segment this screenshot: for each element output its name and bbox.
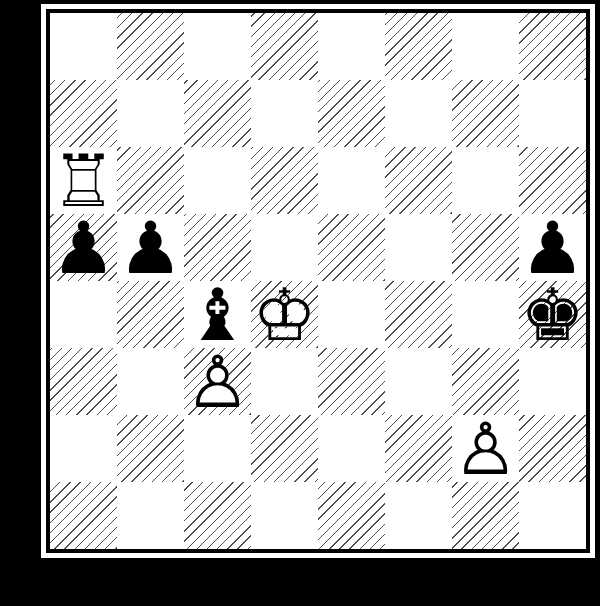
square-a2[interactable]	[50, 415, 117, 482]
square-f8[interactable]	[385, 13, 452, 80]
square-a5[interactable]: ♟	[50, 214, 117, 281]
square-a1[interactable]	[50, 482, 117, 549]
white-pawn-glyph: ♙	[453, 413, 518, 485]
square-d7[interactable]	[251, 80, 318, 147]
square-a8[interactable]	[50, 13, 117, 80]
square-d4[interactable]: ♚♔	[251, 281, 318, 348]
square-a3[interactable]	[50, 348, 117, 415]
square-c4[interactable]: ♝	[184, 281, 251, 348]
square-f2[interactable]	[385, 415, 452, 482]
square-h3[interactable]	[519, 348, 586, 415]
square-b4[interactable]	[117, 281, 184, 348]
square-b2[interactable]	[117, 415, 184, 482]
white-king-glyph: ♔	[252, 279, 317, 351]
square-a7[interactable]	[50, 80, 117, 147]
square-e1[interactable]	[318, 482, 385, 549]
square-e6[interactable]	[318, 147, 385, 214]
square-b1[interactable]	[117, 482, 184, 549]
square-c1[interactable]	[184, 482, 251, 549]
square-c5[interactable]	[184, 214, 251, 281]
square-b6[interactable]	[117, 147, 184, 214]
chess-board-inner-border: ♜♖♟♟♟♝♚♔♚♟♙♙	[46, 9, 590, 553]
white-pawn-glyph: ♙	[185, 346, 250, 418]
chess-board-frame: ♜♖♟♟♟♝♚♔♚♟♙♙	[41, 4, 595, 558]
piece-black-pawn[interactable]: ♟	[51, 212, 116, 284]
square-c8[interactable]	[184, 13, 251, 80]
square-e5[interactable]	[318, 214, 385, 281]
piece-black-pawn[interactable]: ♟	[118, 212, 183, 284]
square-c3[interactable]: ♟♙	[184, 348, 251, 415]
black-king-glyph: ♚	[520, 279, 585, 351]
square-d2[interactable]	[251, 415, 318, 482]
square-b8[interactable]	[117, 13, 184, 80]
square-f5[interactable]	[385, 214, 452, 281]
square-h4[interactable]: ♚	[519, 281, 586, 348]
piece-white-king[interactable]: ♚♔	[252, 279, 317, 351]
square-h8[interactable]	[519, 13, 586, 80]
square-h5[interactable]: ♟	[519, 214, 586, 281]
square-g1[interactable]	[452, 482, 519, 549]
square-d1[interactable]	[251, 482, 318, 549]
square-e7[interactable]	[318, 80, 385, 147]
square-g6[interactable]	[452, 147, 519, 214]
square-c2[interactable]	[184, 415, 251, 482]
square-c6[interactable]	[184, 147, 251, 214]
chess-board: ♜♖♟♟♟♝♚♔♚♟♙♙	[50, 13, 586, 549]
square-g4[interactable]	[452, 281, 519, 348]
square-e4[interactable]	[318, 281, 385, 348]
square-b3[interactable]	[117, 348, 184, 415]
square-a6[interactable]: ♜♖	[50, 147, 117, 214]
square-g8[interactable]	[452, 13, 519, 80]
square-h6[interactable]	[519, 147, 586, 214]
square-h2[interactable]	[519, 415, 586, 482]
square-g3[interactable]	[452, 348, 519, 415]
square-f4[interactable]	[385, 281, 452, 348]
square-f6[interactable]	[385, 147, 452, 214]
square-e8[interactable]	[318, 13, 385, 80]
square-e2[interactable]	[318, 415, 385, 482]
square-g7[interactable]	[452, 80, 519, 147]
square-a4[interactable]	[50, 281, 117, 348]
square-d8[interactable]	[251, 13, 318, 80]
square-b7[interactable]	[117, 80, 184, 147]
square-h1[interactable]	[519, 482, 586, 549]
piece-black-king[interactable]: ♚	[520, 279, 585, 351]
square-g2[interactable]: ♙	[452, 415, 519, 482]
piece-white-pawn[interactable]: ♙	[453, 413, 518, 485]
square-d3[interactable]	[251, 348, 318, 415]
piece-white-pawn[interactable]: ♟♙	[185, 346, 250, 418]
square-e3[interactable]	[318, 348, 385, 415]
square-f7[interactable]	[385, 80, 452, 147]
square-f1[interactable]	[385, 482, 452, 549]
square-h7[interactable]	[519, 80, 586, 147]
black-pawn-glyph: ♟	[118, 212, 183, 284]
square-g5[interactable]	[452, 214, 519, 281]
square-f3[interactable]	[385, 348, 452, 415]
square-c7[interactable]	[184, 80, 251, 147]
square-d5[interactable]	[251, 214, 318, 281]
black-pawn-glyph: ♟	[51, 212, 116, 284]
square-d6[interactable]	[251, 147, 318, 214]
square-b5[interactable]: ♟	[117, 214, 184, 281]
